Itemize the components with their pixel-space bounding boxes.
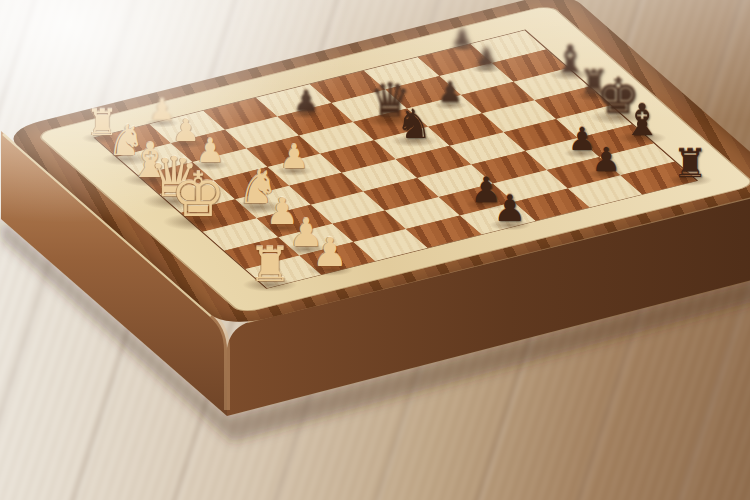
white-king-e1: ♚ — [170, 165, 225, 227]
black-pawn-b7: ♟ — [474, 45, 497, 71]
black-pawn-b4: ♟ — [293, 87, 319, 116]
black-pawn-g7: ♟ — [591, 143, 621, 176]
white-pawn-h2: ♟ — [312, 233, 348, 273]
black-pawn-c6: ♟ — [437, 79, 462, 107]
black-pawn-h5: ♟ — [494, 191, 527, 228]
white-pawn-d3: ♟ — [279, 141, 309, 174]
chess-photo-scene: ♜♞♝♛♚♜♟♟♟♞♟♟♟♟♝♜♚♝♜♟♟♟♟♟♛♞♟♟♟ — [0, 0, 750, 500]
black-rook-h8: ♜ — [672, 144, 707, 183]
white-rook-h1: ♜ — [248, 241, 291, 289]
black-knight-d5: ♞ — [396, 104, 432, 145]
black-bishop-f8: ♝ — [622, 98, 661, 142]
black-pawn-a7: ♟ — [451, 26, 473, 50]
